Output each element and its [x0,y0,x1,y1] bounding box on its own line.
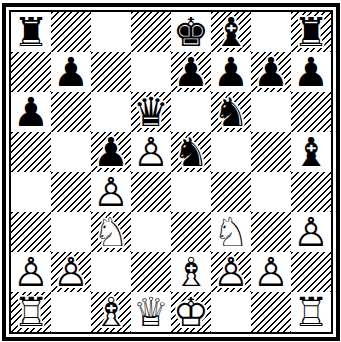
piece-halo: ♛ [131,91,171,131]
piece-black-pawn[interactable]: ♟♟ [11,92,51,132]
piece-halo: ♟ [291,211,331,251]
square-d7[interactable] [131,52,171,92]
piece-halo: ♟ [291,51,331,91]
square-a6[interactable]: ♟♟ [11,92,51,132]
square-g7[interactable]: ♟♟ [251,52,291,92]
piece-halo: ♚ [171,11,211,51]
piece-white-pawn[interactable]: ♟♙ [51,252,91,292]
square-h1[interactable]: ♜♖ [291,292,331,332]
square-h3[interactable]: ♟♙ [291,212,331,252]
square-d4[interactable] [131,172,171,212]
piece-white-bishop[interactable]: ♝♗ [91,292,131,332]
square-b3[interactable] [51,212,91,252]
piece-halo: ♞ [171,131,211,171]
square-a3[interactable] [11,212,51,252]
piece-glyph: ♗ [171,251,211,291]
square-c6[interactable] [91,92,131,132]
piece-glyph: ♚ [171,11,211,51]
square-e2[interactable]: ♝♗ [171,252,211,292]
piece-glyph: ♖ [291,291,331,331]
piece-glyph: ♟ [211,51,251,91]
piece-black-pawn[interactable]: ♟♟ [91,132,131,172]
square-e3[interactable] [171,212,211,252]
square-e4[interactable] [171,172,211,212]
piece-white-rook[interactable]: ♜♖ [291,292,331,332]
square-f7[interactable]: ♟♟ [211,52,251,92]
square-d3[interactable] [131,212,171,252]
piece-glyph: ♟ [11,91,51,131]
square-e6[interactable] [171,92,211,132]
piece-glyph: ♜ [291,11,331,51]
square-d6[interactable]: ♛♛ [131,92,171,132]
square-g3[interactable] [251,212,291,252]
piece-white-pawn[interactable]: ♟♙ [91,172,131,212]
square-g5[interactable] [251,132,291,172]
piece-halo: ♝ [91,291,131,331]
square-g8[interactable] [251,12,291,52]
square-f1[interactable] [211,292,251,332]
piece-glyph: ♙ [131,131,171,171]
square-b2[interactable]: ♟♙ [51,252,91,292]
piece-white-pawn[interactable]: ♟♙ [211,252,251,292]
piece-glyph: ♙ [251,251,291,291]
square-b8[interactable] [51,12,91,52]
square-e1[interactable]: ♚♔ [171,292,211,332]
piece-halo: ♟ [131,131,171,171]
square-f6[interactable]: ♞♞ [211,92,251,132]
piece-white-bishop[interactable]: ♝♗ [171,252,211,292]
board-inner-border: ♜♜♚♚♝♝♜♜♟♟♟♟♟♟♟♟♟♟♟♟♛♛♞♞♟♟♟♙♞♞♝♝♟♙♞♘♞♘♟♙… [9,10,333,334]
square-c8[interactable] [91,12,131,52]
piece-glyph: ♟ [171,51,211,91]
square-a7[interactable] [11,52,51,92]
piece-glyph: ♖ [11,291,51,331]
piece-glyph: ♙ [51,251,91,291]
square-c3[interactable]: ♞♘ [91,212,131,252]
piece-halo: ♟ [211,51,251,91]
square-h6[interactable] [291,92,331,132]
piece-white-pawn[interactable]: ♟♙ [11,252,51,292]
square-d1[interactable]: ♛♕ [131,292,171,332]
piece-glyph: ♜ [11,11,51,51]
square-d5[interactable]: ♟♙ [131,132,171,172]
piece-glyph: ♙ [291,211,331,251]
square-b1[interactable] [51,292,91,332]
square-f3[interactable]: ♞♘ [211,212,251,252]
square-e5[interactable]: ♞♞ [171,132,211,172]
piece-black-knight[interactable]: ♞♞ [211,92,251,132]
piece-halo: ♜ [11,291,51,331]
piece-glyph: ♟ [251,51,291,91]
piece-halo: ♜ [291,291,331,331]
square-b7[interactable]: ♟♟ [51,52,91,92]
square-h2[interactable] [291,252,331,292]
piece-glyph: ♕ [131,291,171,331]
piece-white-knight[interactable]: ♞♘ [211,212,251,252]
piece-black-bishop[interactable]: ♝♝ [211,12,251,52]
piece-glyph: ♘ [91,211,131,251]
piece-white-knight[interactable]: ♞♘ [91,212,131,252]
square-a2[interactable]: ♟♙ [11,252,51,292]
square-g2[interactable]: ♟♙ [251,252,291,292]
square-e8[interactable]: ♚♚ [171,12,211,52]
square-h8[interactable]: ♜♜ [291,12,331,52]
piece-white-pawn[interactable]: ♟♙ [131,132,171,172]
piece-white-pawn[interactable]: ♟♙ [291,212,331,252]
square-f4[interactable] [211,172,251,212]
square-b5[interactable] [51,132,91,172]
board-outer-border: ♜♜♚♚♝♝♜♜♟♟♟♟♟♟♟♟♟♟♟♟♛♛♞♞♟♟♟♙♞♞♝♝♟♙♞♘♞♘♟♙… [2,3,340,341]
square-a8[interactable]: ♜♜ [11,12,51,52]
piece-halo: ♟ [171,51,211,91]
piece-black-bishop[interactable]: ♝♝ [291,132,331,172]
square-e7[interactable]: ♟♟ [171,52,211,92]
piece-halo: ♞ [91,211,131,251]
piece-black-pawn[interactable]: ♟♟ [291,52,331,92]
square-f8[interactable]: ♝♝ [211,12,251,52]
piece-halo: ♚ [171,291,211,331]
piece-halo: ♜ [291,11,331,51]
piece-black-pawn[interactable]: ♟♟ [51,52,91,92]
square-f5[interactable] [211,132,251,172]
piece-black-rook[interactable]: ♜♜ [11,12,51,52]
piece-halo: ♟ [91,131,131,171]
piece-halo: ♟ [51,251,91,291]
square-f2[interactable]: ♟♙ [211,252,251,292]
piece-glyph: ♗ [91,291,131,331]
piece-glyph: ♟ [91,131,131,171]
square-d8[interactable] [131,12,171,52]
piece-black-knight[interactable]: ♞♞ [171,132,211,172]
piece-black-king[interactable]: ♚♚ [171,12,211,52]
piece-glyph: ♟ [291,51,331,91]
piece-white-king[interactable]: ♚♔ [171,292,211,332]
piece-halo: ♞ [211,91,251,131]
piece-halo: ♟ [11,251,51,291]
square-g6[interactable] [251,92,291,132]
square-c2[interactable] [91,252,131,292]
piece-halo: ♟ [251,51,291,91]
square-g1[interactable] [251,292,291,332]
piece-halo: ♟ [51,51,91,91]
piece-glyph: ♟ [51,51,91,91]
piece-glyph: ♝ [211,11,251,51]
chess-diagram-page: ♜♜♚♚♝♝♜♜♟♟♟♟♟♟♟♟♟♟♟♟♛♛♞♞♟♟♟♙♞♞♝♝♟♙♞♘♞♘♟♙… [0,0,341,342]
square-d2[interactable] [131,252,171,292]
piece-black-queen[interactable]: ♛♛ [131,92,171,132]
piece-glyph: ♞ [211,91,251,131]
piece-glyph: ♙ [91,171,131,211]
piece-glyph: ♙ [211,251,251,291]
piece-halo: ♝ [171,251,211,291]
piece-white-queen[interactable]: ♛♕ [131,292,171,332]
piece-white-pawn[interactable]: ♟♙ [251,252,291,292]
piece-halo: ♛ [131,291,171,331]
square-b4[interactable] [51,172,91,212]
square-c4[interactable]: ♟♙ [91,172,131,212]
square-b6[interactable] [51,92,91,132]
piece-black-pawn[interactable]: ♟♟ [251,52,291,92]
square-c1[interactable]: ♝♗ [91,292,131,332]
square-a4[interactable] [11,172,51,212]
piece-black-pawn[interactable]: ♟♟ [171,52,211,92]
piece-glyph: ♘ [211,211,251,251]
piece-halo: ♟ [251,251,291,291]
square-h7[interactable]: ♟♟ [291,52,331,92]
square-h4[interactable] [291,172,331,212]
piece-halo: ♞ [211,211,251,251]
piece-black-rook[interactable]: ♜♜ [291,12,331,52]
piece-glyph: ♛ [131,91,171,131]
piece-glyph: ♞ [171,131,211,171]
piece-halo: ♟ [91,171,131,211]
piece-halo: ♟ [11,91,51,131]
square-c5[interactable]: ♟♟ [91,132,131,172]
piece-glyph: ♔ [171,291,211,331]
piece-white-rook[interactable]: ♜♖ [11,292,51,332]
square-a5[interactable] [11,132,51,172]
piece-glyph: ♝ [291,131,331,171]
piece-glyph: ♙ [11,251,51,291]
piece-halo: ♟ [211,251,251,291]
piece-halo: ♝ [211,11,251,51]
piece-black-pawn[interactable]: ♟♟ [211,52,251,92]
piece-halo: ♜ [11,11,51,51]
piece-halo: ♝ [291,131,331,171]
square-c7[interactable] [91,52,131,92]
chess-board: ♜♜♚♚♝♝♜♜♟♟♟♟♟♟♟♟♟♟♟♟♛♛♞♞♟♟♟♙♞♞♝♝♟♙♞♘♞♘♟♙… [11,12,331,332]
square-g4[interactable] [251,172,291,212]
square-h5[interactable]: ♝♝ [291,132,331,172]
square-a1[interactable]: ♜♖ [11,292,51,332]
